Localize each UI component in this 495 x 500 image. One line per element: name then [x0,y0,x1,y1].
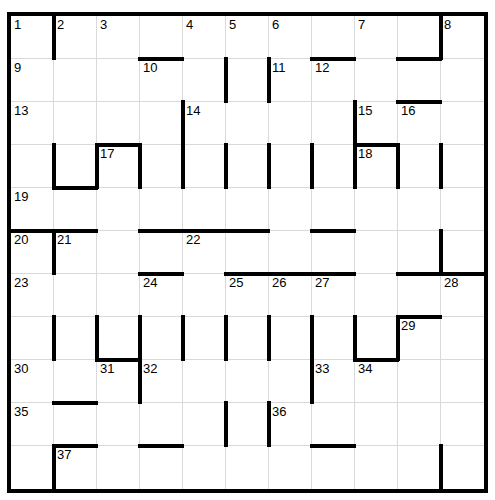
bar-right [52,315,56,361]
cell-r6c6[interactable] [226,231,269,274]
clue-number-4: 4 [186,17,193,32]
bar-right [267,401,271,447]
bar-right [439,229,443,275]
clue-number-5: 5 [229,17,236,32]
bar-right [224,315,228,361]
bar-bottom [52,401,98,405]
cell-r11c1[interactable] [11,446,54,489]
cell-r9c3[interactable]: 31 [97,360,140,403]
cell-r4c1[interactable] [11,145,54,188]
cell-r2c2[interactable] [54,59,97,102]
cell-r4c5[interactable] [183,145,226,188]
crossword-page: 1234567891011121314151617181920212223242… [0,0,495,500]
cell-r4c9[interactable]: 18 [355,145,398,188]
cell-r4c4[interactable] [140,145,183,188]
cell-r8c2[interactable] [54,317,97,360]
cell-r7c10[interactable] [398,274,441,317]
cell-r9c10[interactable] [398,360,441,403]
cell-r11c11[interactable] [441,446,484,489]
cell-r7c8[interactable]: 27 [312,274,355,317]
cell-r1c6[interactable]: 5 [226,16,269,59]
cell-r2c7[interactable]: 11 [269,59,312,102]
cell-r1c9[interactable]: 7 [355,16,398,59]
cell-r11c5[interactable] [183,446,226,489]
clue-number-1: 1 [14,17,21,32]
cell-r4c2[interactable] [54,145,97,188]
cell-r8c11[interactable] [441,317,484,360]
bar-right [439,444,443,491]
cell-r8c7[interactable] [269,317,312,360]
cell-r2c6[interactable] [226,59,269,102]
cell-r9c11[interactable] [441,360,484,403]
cell-r3c3[interactable] [97,102,140,145]
cell-r9c9[interactable]: 34 [355,360,398,403]
clue-number-35: 35 [14,404,28,419]
cell-r10c5[interactable] [183,403,226,446]
cell-r11c9[interactable] [355,446,398,489]
bar-right [267,57,271,103]
cell-r6c9[interactable] [355,231,398,274]
clue-number-28: 28 [444,275,458,290]
cell-r8c9[interactable] [355,317,398,360]
cell-r1c11[interactable]: 8 [441,16,484,59]
cell-r4c7[interactable] [269,145,312,188]
cell-r1c5[interactable]: 4 [183,16,226,59]
cell-r1c7[interactable]: 6 [269,16,312,59]
clue-number-21: 21 [57,232,71,247]
cell-r11c2[interactable]: 37 [54,446,97,489]
cell-r7c2[interactable] [54,274,97,317]
cell-r9c6[interactable] [226,360,269,403]
cell-r5c10[interactable] [398,188,441,231]
cell-r8c3[interactable] [97,317,140,360]
cell-r1c2[interactable]: 2 [54,16,97,59]
cell-r10c7[interactable]: 36 [269,403,312,446]
bar-bottom [310,229,356,233]
bar-right [224,57,228,103]
clue-number-9: 9 [14,60,21,75]
cell-r6c3[interactable] [97,231,140,274]
clue-number-19: 19 [14,189,28,204]
bar-right [52,229,56,275]
cell-r7c5[interactable] [183,274,226,317]
clue-number-15: 15 [358,103,372,118]
clue-number-25: 25 [229,275,243,290]
cell-r5c11[interactable] [441,188,484,231]
cell-r3c5[interactable]: 14 [183,102,226,145]
bar-right [181,143,185,189]
clue-number-31: 31 [100,361,114,376]
bar-right [181,100,185,146]
clue-number-12: 12 [315,60,329,75]
cell-r4c8[interactable] [312,145,355,188]
bar-right [52,143,56,189]
bar-right [95,143,99,189]
cell-r10c6[interactable] [226,403,269,446]
bar-bottom [224,229,270,233]
cell-r3c10[interactable]: 16 [398,102,441,145]
cell-r7c9[interactable] [355,274,398,317]
clue-number-33: 33 [315,361,329,376]
cell-r2c8[interactable]: 12 [312,59,355,102]
clue-number-29: 29 [401,318,415,333]
cell-r7c3[interactable] [97,274,140,317]
cell-r4c6[interactable] [226,145,269,188]
cell-r11c4[interactable] [140,446,183,489]
cell-r5c8[interactable] [312,188,355,231]
bar-right [310,315,314,361]
cell-r9c8[interactable]: 33 [312,360,355,403]
bar-right [396,143,400,189]
cell-r2c10[interactable] [398,59,441,102]
cell-r3c7[interactable] [269,102,312,145]
cell-r6c11[interactable] [441,231,484,274]
cell-r11c6[interactable] [226,446,269,489]
bar-right [267,315,271,361]
bar-right [353,315,357,361]
bar-bottom [310,444,356,448]
cell-r6c10[interactable] [398,231,441,274]
bar-right [52,14,56,60]
cell-r4c3[interactable]: 17 [97,145,140,188]
clue-number-20: 20 [14,232,28,247]
cell-r8c5[interactable] [183,317,226,360]
clue-number-30: 30 [14,361,28,376]
clue-number-13: 13 [14,103,28,118]
bar-right [224,143,228,189]
clue-number-24: 24 [143,275,157,290]
cell-r6c1[interactable]: 20 [11,231,54,274]
cell-r3c11[interactable] [441,102,484,145]
clue-number-37: 37 [57,447,71,462]
cell-r9c2[interactable] [54,360,97,403]
cell-r9c1[interactable]: 30 [11,360,54,403]
cell-r11c10[interactable] [398,446,441,489]
cell-r5c7[interactable] [269,188,312,231]
cell-r10c9[interactable] [355,403,398,446]
cell-r2c5[interactable] [183,59,226,102]
bar-right [396,315,400,361]
clue-number-32: 32 [143,361,157,376]
bar-right [439,143,443,189]
cell-r5c3[interactable] [97,188,140,231]
clue-number-36: 36 [272,404,286,419]
clue-number-6: 6 [272,17,279,32]
cell-r2c3[interactable] [97,59,140,102]
cell-r2c1[interactable]: 9 [11,59,54,102]
cell-r6c7[interactable] [269,231,312,274]
cell-r5c2[interactable] [54,188,97,231]
bar-right [310,143,314,189]
cell-r6c2[interactable]: 21 [54,231,97,274]
bar-bottom [138,229,184,233]
bar-right [181,315,185,361]
bar-right [267,143,271,189]
clue-number-2: 2 [57,17,64,32]
cell-r8c4[interactable] [140,317,183,360]
cell-r5c4[interactable] [140,188,183,231]
bar-bottom [138,444,184,448]
cell-r11c7[interactable] [269,446,312,489]
cell-r2c9[interactable] [355,59,398,102]
cell-r1c1[interactable]: 1 [11,16,54,59]
clue-number-22: 22 [186,232,200,247]
clue-number-17: 17 [100,146,114,161]
cell-r2c11[interactable] [441,59,484,102]
clue-number-14: 14 [186,103,200,118]
bar-right [95,315,99,361]
cell-r3c1[interactable]: 13 [11,102,54,145]
cell-r5c6[interactable] [226,188,269,231]
clue-number-10: 10 [143,60,157,75]
bar-right [138,358,142,404]
cell-r10c8[interactable] [312,403,355,446]
cell-r3c6[interactable] [226,102,269,145]
cell-r10c4[interactable] [140,403,183,446]
cell-r11c3[interactable] [97,446,140,489]
cell-r2c4[interactable]: 10 [140,59,183,102]
cell-r4c11[interactable] [441,145,484,188]
bar-right [439,14,443,60]
bar-bottom [396,57,442,61]
cell-r3c2[interactable] [54,102,97,145]
bar-right [52,444,56,491]
cell-r1c8[interactable] [312,16,355,59]
bar-right [353,143,357,189]
cell-r3c4[interactable] [140,102,183,145]
cell-r11c8[interactable] [312,446,355,489]
cell-r7c4[interactable]: 24 [140,274,183,317]
cell-r1c10[interactable] [398,16,441,59]
clue-number-7: 7 [358,17,365,32]
cell-r8c1[interactable] [11,317,54,360]
clue-number-27: 27 [315,275,329,290]
cell-r6c5[interactable]: 22 [183,231,226,274]
cell-r7c6[interactable]: 25 [226,274,269,317]
bar-right [138,143,142,189]
clue-number-26: 26 [272,275,286,290]
cell-r10c2[interactable] [54,403,97,446]
clue-number-8: 8 [444,17,451,32]
cell-r7c1[interactable]: 23 [11,274,54,317]
clue-number-16: 16 [401,103,415,118]
clue-number-34: 34 [358,361,372,376]
cell-r6c8[interactable] [312,231,355,274]
cell-r1c4[interactable] [140,16,183,59]
cell-r5c5[interactable] [183,188,226,231]
cell-r5c1[interactable]: 19 [11,188,54,231]
cell-r10c1[interactable]: 35 [11,403,54,446]
cell-r10c3[interactable] [97,403,140,446]
bar-bottom [396,272,442,276]
cell-r3c8[interactable] [312,102,355,145]
clue-number-3: 3 [100,17,107,32]
cell-r3c9[interactable]: 15 [355,102,398,145]
bar-right [138,315,142,361]
clue-number-11: 11 [272,60,286,75]
cell-r10c10[interactable] [398,403,441,446]
cell-r8c10[interactable]: 29 [398,317,441,360]
cell-r9c7[interactable] [269,360,312,403]
clue-number-18: 18 [358,146,372,161]
crossword-grid: 1234567891011121314151617181920212223242… [7,12,488,493]
cell-r9c5[interactable] [183,360,226,403]
bar-right [353,100,357,146]
bar-bottom [52,186,98,190]
clue-number-23: 23 [14,275,28,290]
bar-right [310,358,314,404]
bar-right [224,401,228,447]
cell-r6c4[interactable] [140,231,183,274]
cell-r8c8[interactable] [312,317,355,360]
cell-r9c4[interactable]: 32 [140,360,183,403]
cell-r7c7[interactable]: 26 [269,274,312,317]
cell-r1c3[interactable]: 3 [97,16,140,59]
cell-r10c11[interactable] [441,403,484,446]
cell-r5c9[interactable] [355,188,398,231]
cell-r8c6[interactable] [226,317,269,360]
cell-r7c11[interactable]: 28 [441,274,484,317]
cell-r4c10[interactable] [398,145,441,188]
